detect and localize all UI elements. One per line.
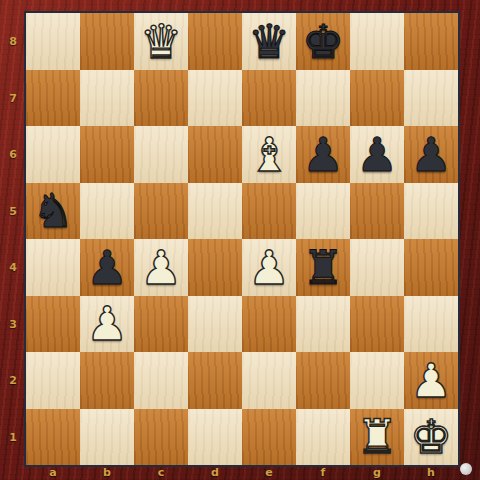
piece-black-pawn-b4[interactable]: ♟	[80, 239, 134, 296]
square-c4[interactable]: ♟	[134, 239, 188, 296]
file-label-f: f	[296, 466, 350, 479]
rank-label-8: 8	[0, 35, 26, 48]
square-a1[interactable]	[26, 409, 80, 466]
piece-black-rook-f4[interactable]: ♜	[296, 239, 350, 296]
square-a3[interactable]	[26, 296, 80, 353]
square-g6[interactable]: ♟	[350, 126, 404, 183]
square-h8[interactable]	[404, 13, 458, 70]
square-a2[interactable]	[26, 352, 80, 409]
file-label-g: g	[350, 466, 404, 479]
square-e2[interactable]	[242, 352, 296, 409]
square-h7[interactable]	[404, 70, 458, 127]
square-b1[interactable]	[80, 409, 134, 466]
square-b4[interactable]: ♟	[80, 239, 134, 296]
square-g2[interactable]	[350, 352, 404, 409]
square-a6[interactable]	[26, 126, 80, 183]
board-frame: ♛♛♚♝♟♟♟♞♟♟♟♜♟♟♜♚ 87654321abcdefgh	[0, 0, 480, 480]
square-c2[interactable]	[134, 352, 188, 409]
square-d7[interactable]	[188, 70, 242, 127]
piece-white-queen-c8[interactable]: ♛	[134, 13, 188, 70]
square-b8[interactable]	[80, 13, 134, 70]
square-f3[interactable]	[296, 296, 350, 353]
square-d1[interactable]	[188, 409, 242, 466]
square-d4[interactable]	[188, 239, 242, 296]
square-d2[interactable]	[188, 352, 242, 409]
square-c6[interactable]	[134, 126, 188, 183]
square-h4[interactable]	[404, 239, 458, 296]
square-g4[interactable]	[350, 239, 404, 296]
piece-white-pawn-c4[interactable]: ♟	[134, 239, 188, 296]
piece-black-pawn-g6[interactable]: ♟	[350, 126, 404, 183]
square-a8[interactable]	[26, 13, 80, 70]
square-g7[interactable]	[350, 70, 404, 127]
piece-black-pawn-f6[interactable]: ♟	[296, 126, 350, 183]
square-b5[interactable]	[80, 183, 134, 240]
square-a5[interactable]: ♞	[26, 183, 80, 240]
square-f6[interactable]: ♟	[296, 126, 350, 183]
file-label-d: d	[188, 466, 242, 479]
square-f1[interactable]	[296, 409, 350, 466]
square-h1[interactable]: ♚	[404, 409, 458, 466]
square-e7[interactable]	[242, 70, 296, 127]
square-c1[interactable]	[134, 409, 188, 466]
rank-label-1: 1	[0, 431, 26, 444]
square-b7[interactable]	[80, 70, 134, 127]
piece-white-bishop-e6[interactable]: ♝	[242, 126, 296, 183]
square-c5[interactable]	[134, 183, 188, 240]
square-e8[interactable]: ♛	[242, 13, 296, 70]
square-e3[interactable]	[242, 296, 296, 353]
square-f8[interactable]: ♚	[296, 13, 350, 70]
corner-dot	[460, 463, 472, 475]
file-label-e: e	[242, 466, 296, 479]
square-b3[interactable]: ♟	[80, 296, 134, 353]
file-label-a: a	[26, 466, 80, 479]
rank-label-4: 4	[0, 261, 26, 274]
chess-board: ♛♛♚♝♟♟♟♞♟♟♟♜♟♟♜♚	[26, 13, 458, 465]
piece-white-pawn-b3[interactable]: ♟	[80, 296, 134, 353]
square-c8[interactable]: ♛	[134, 13, 188, 70]
rank-label-3: 3	[0, 318, 26, 331]
square-b6[interactable]	[80, 126, 134, 183]
square-e5[interactable]	[242, 183, 296, 240]
square-f7[interactable]	[296, 70, 350, 127]
square-c3[interactable]	[134, 296, 188, 353]
square-h5[interactable]	[404, 183, 458, 240]
file-label-c: c	[134, 466, 188, 479]
rank-label-6: 6	[0, 148, 26, 161]
square-g8[interactable]	[350, 13, 404, 70]
square-f4[interactable]: ♜	[296, 239, 350, 296]
square-e4[interactable]: ♟	[242, 239, 296, 296]
square-e6[interactable]: ♝	[242, 126, 296, 183]
square-d3[interactable]	[188, 296, 242, 353]
square-d6[interactable]	[188, 126, 242, 183]
piece-white-king-h1[interactable]: ♚	[404, 409, 458, 466]
square-g3[interactable]	[350, 296, 404, 353]
square-a7[interactable]	[26, 70, 80, 127]
rank-label-2: 2	[0, 374, 26, 387]
piece-black-king-f8[interactable]: ♚	[296, 13, 350, 70]
square-h2[interactable]: ♟	[404, 352, 458, 409]
square-d5[interactable]	[188, 183, 242, 240]
piece-black-knight-a5[interactable]: ♞	[26, 183, 80, 240]
square-g1[interactable]: ♜	[350, 409, 404, 466]
file-label-b: b	[80, 466, 134, 479]
file-label-h: h	[404, 466, 458, 479]
square-a4[interactable]	[26, 239, 80, 296]
square-f5[interactable]	[296, 183, 350, 240]
square-f2[interactable]	[296, 352, 350, 409]
square-c7[interactable]	[134, 70, 188, 127]
rank-label-7: 7	[0, 92, 26, 105]
piece-white-pawn-e4[interactable]: ♟	[242, 239, 296, 296]
square-b2[interactable]	[80, 352, 134, 409]
square-g5[interactable]	[350, 183, 404, 240]
piece-black-pawn-h6[interactable]: ♟	[404, 126, 458, 183]
square-d8[interactable]	[188, 13, 242, 70]
rank-label-5: 5	[0, 205, 26, 218]
square-e1[interactable]	[242, 409, 296, 466]
piece-white-rook-g1[interactable]: ♜	[350, 409, 404, 466]
square-h6[interactable]: ♟	[404, 126, 458, 183]
piece-white-pawn-h2[interactable]: ♟	[404, 352, 458, 409]
square-h3[interactable]	[404, 296, 458, 353]
piece-black-queen-e8[interactable]: ♛	[242, 13, 296, 70]
